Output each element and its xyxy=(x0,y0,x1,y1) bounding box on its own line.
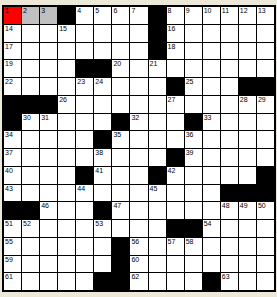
cell-r12-c15[interactable]: 50 xyxy=(257,202,274,219)
cell-r14-c15[interactable] xyxy=(257,238,274,255)
clue-number-44: 44 xyxy=(77,185,85,193)
clue-number-43: 43 xyxy=(5,185,13,193)
cell-r10-c3[interactable] xyxy=(40,167,57,184)
cell-r3-c13[interactable] xyxy=(221,43,238,60)
cell-r3-c5[interactable] xyxy=(76,43,93,60)
black-cell-r12-c2 xyxy=(22,202,39,219)
cell-r11-c2[interactable] xyxy=(22,185,39,202)
clue-number-36: 36 xyxy=(186,131,194,139)
cell-r6-c12[interactable] xyxy=(203,96,220,113)
cell-r13-c13[interactable] xyxy=(221,220,238,237)
cell-r15-c10[interactable] xyxy=(167,256,184,273)
cell-r9-c6[interactable]: 38 xyxy=(94,149,111,166)
cell-r10-c8[interactable] xyxy=(130,167,147,184)
cell-r8-c4[interactable] xyxy=(58,131,75,148)
clue-number-1: 1 xyxy=(5,7,9,15)
black-cell-r10-c15 xyxy=(257,167,274,184)
cell-r4-c3[interactable] xyxy=(40,60,57,77)
clue-number-4: 4 xyxy=(77,7,81,15)
cell-r15-c1[interactable]: 59 xyxy=(4,256,21,273)
cell-r3-c11[interactable] xyxy=(185,43,202,60)
highlighted-cell-r1-c2[interactable]: 2 xyxy=(22,7,39,24)
cell-r12-c10[interactable] xyxy=(167,202,184,219)
cell-r10-c1[interactable]: 40 xyxy=(4,167,21,184)
cell-r7-c5[interactable] xyxy=(76,114,93,131)
cell-r6-c10[interactable]: 27 xyxy=(167,96,184,113)
cell-r9-c12[interactable] xyxy=(203,149,220,166)
cell-r1-c10[interactable]: 8 xyxy=(167,7,184,24)
cell-r3-c15[interactable] xyxy=(257,43,274,60)
black-cell-r10-c9 xyxy=(149,167,166,184)
cell-r13-c9[interactable] xyxy=(149,220,166,237)
cell-r15-c11[interactable] xyxy=(185,256,202,273)
cell-r13-c14[interactable] xyxy=(239,220,256,237)
clue-number-63: 63 xyxy=(222,273,230,281)
selected-cell-r1-c1[interactable]: 1 xyxy=(4,7,21,24)
black-cell-r4-c5 xyxy=(76,60,93,77)
black-cell-r11-c13 xyxy=(221,185,238,202)
cell-r16-c3[interactable] xyxy=(40,273,57,290)
clue-number-50: 50 xyxy=(258,202,266,210)
cell-r3-c7[interactable] xyxy=(112,43,129,60)
cell-r11-c3[interactable] xyxy=(40,185,57,202)
clue-number-39: 39 xyxy=(186,149,194,157)
cell-r12-c5[interactable] xyxy=(76,202,93,219)
cell-r13-c2[interactable]: 52 xyxy=(22,220,39,237)
cell-r9-c4[interactable] xyxy=(58,149,75,166)
cell-r10-c2[interactable] xyxy=(22,167,39,184)
cell-r2-c13[interactable] xyxy=(221,25,238,42)
cell-r11-c6[interactable] xyxy=(94,185,111,202)
cell-r3-c12[interactable] xyxy=(203,43,220,60)
cell-r9-c13[interactable] xyxy=(221,149,238,166)
cell-r7-c4[interactable] xyxy=(58,114,75,131)
cell-r15-c15[interactable] xyxy=(257,256,274,273)
clue-number-57: 57 xyxy=(168,238,176,246)
cell-r13-c1[interactable]: 51 xyxy=(4,220,21,237)
cell-r12-c3[interactable]: 46 xyxy=(40,202,57,219)
black-cell-r16-c7 xyxy=(112,273,129,290)
black-cell-r16-c12 xyxy=(203,273,220,290)
cell-r1-c13[interactable]: 11 xyxy=(221,7,238,24)
cell-r2-c4[interactable]: 15 xyxy=(58,25,75,42)
cell-r15-c14[interactable] xyxy=(239,256,256,273)
cell-r9-c2[interactable] xyxy=(22,149,39,166)
cell-r10-c10[interactable]: 42 xyxy=(167,167,184,184)
black-cell-r7-c1 xyxy=(4,114,21,131)
black-cell-r2-c9 xyxy=(149,25,166,42)
cell-r5-c12[interactable] xyxy=(203,78,220,95)
clue-number-59: 59 xyxy=(5,256,13,264)
highlighted-cell-r1-c3[interactable]: 3 xyxy=(40,7,57,24)
clue-number-14: 14 xyxy=(5,25,13,33)
cell-r14-c1[interactable]: 55 xyxy=(4,238,21,255)
cell-r11-c7[interactable] xyxy=(112,185,129,202)
cell-r10-c12[interactable] xyxy=(203,167,220,184)
cell-r10-c11[interactable] xyxy=(185,167,202,184)
cell-r10-c6[interactable]: 41 xyxy=(94,167,111,184)
clue-number-11: 11 xyxy=(222,7,229,15)
cell-r5-c4[interactable] xyxy=(58,78,75,95)
cell-r3-c8[interactable] xyxy=(130,43,147,60)
clue-number-34: 34 xyxy=(5,131,13,139)
cell-r1-c6[interactable]: 5 xyxy=(94,7,111,24)
clue-number-46: 46 xyxy=(41,202,49,210)
cell-r2-c6[interactable] xyxy=(94,25,111,42)
cell-r4-c11[interactable] xyxy=(185,60,202,77)
cell-r15-c13[interactable] xyxy=(221,256,238,273)
cell-r14-c2[interactable] xyxy=(22,238,39,255)
clue-number-48: 48 xyxy=(222,202,230,210)
clue-number-25: 25 xyxy=(186,78,194,86)
clue-number-41: 41 xyxy=(95,167,103,175)
cell-r12-c8[interactable] xyxy=(130,202,147,219)
cell-r16-c2[interactable] xyxy=(22,273,39,290)
cell-r4-c14[interactable] xyxy=(239,60,256,77)
cell-r14-c4[interactable] xyxy=(58,238,75,255)
black-cell-r15-c7 xyxy=(112,256,129,273)
cell-r9-c5[interactable] xyxy=(76,149,93,166)
cell-r8-c1[interactable]: 34 xyxy=(4,131,21,148)
cell-r7-c13[interactable] xyxy=(221,114,238,131)
cell-r14-c12[interactable] xyxy=(203,238,220,255)
cell-r2-c3[interactable] xyxy=(40,25,57,42)
black-cell-r13-c11 xyxy=(185,220,202,237)
clue-number-49: 49 xyxy=(240,202,248,210)
cell-r2-c11[interactable] xyxy=(185,25,202,42)
black-cell-r1-c9 xyxy=(149,7,166,24)
cell-r13-c4[interactable] xyxy=(58,220,75,237)
clue-number-55: 55 xyxy=(5,238,13,246)
cell-r12-c13[interactable]: 48 xyxy=(221,202,238,219)
cell-r8-c15[interactable] xyxy=(257,131,274,148)
cell-r14-c8[interactable]: 56 xyxy=(130,238,147,255)
cell-r4-c2[interactable] xyxy=(22,60,39,77)
cell-r3-c3[interactable] xyxy=(40,43,57,60)
clue-number-8: 8 xyxy=(168,7,172,15)
cell-r13-c5[interactable] xyxy=(76,220,93,237)
clue-number-16: 16 xyxy=(168,25,176,33)
black-cell-r1-c4 xyxy=(58,7,75,24)
cell-r8-c2[interactable] xyxy=(22,131,39,148)
cell-r10-c7[interactable] xyxy=(112,167,129,184)
cell-r13-c12[interactable]: 54 xyxy=(203,220,220,237)
cell-r3-c10[interactable]: 18 xyxy=(167,43,184,60)
cell-r6-c6[interactable] xyxy=(94,96,111,113)
cell-r5-c5[interactable]: 23 xyxy=(76,78,93,95)
clue-number-45: 45 xyxy=(150,185,158,193)
black-cell-r6-c2 xyxy=(22,96,39,113)
cell-r14-c14[interactable] xyxy=(239,238,256,255)
clue-number-30: 30 xyxy=(23,114,31,122)
clue-number-18: 18 xyxy=(168,43,176,51)
cell-r1-c8[interactable]: 7 xyxy=(130,7,147,24)
cell-r3-c6[interactable] xyxy=(94,43,111,60)
clue-number-62: 62 xyxy=(131,273,139,281)
clue-number-27: 27 xyxy=(168,96,176,104)
cell-r2-c2[interactable] xyxy=(22,25,39,42)
cell-r13-c8[interactable] xyxy=(130,220,147,237)
cell-r4-c1[interactable]: 19 xyxy=(4,60,21,77)
cell-r1-c11[interactable]: 9 xyxy=(185,7,202,24)
cell-r2-c15[interactable] xyxy=(257,25,274,42)
cell-r15-c9[interactable] xyxy=(149,256,166,273)
clue-number-19: 19 xyxy=(5,60,13,68)
cell-r7-c6[interactable] xyxy=(94,114,111,131)
clue-number-13: 13 xyxy=(258,7,266,15)
cell-r5-c3[interactable] xyxy=(40,78,57,95)
cell-r13-c15[interactable] xyxy=(257,220,274,237)
cell-r14-c5[interactable] xyxy=(76,238,93,255)
cell-r15-c4[interactable] xyxy=(58,256,75,273)
cell-r16-c10[interactable] xyxy=(167,273,184,290)
cell-r14-c13[interactable] xyxy=(221,238,238,255)
cell-r3-c2[interactable] xyxy=(22,43,39,60)
cell-r4-c13[interactable] xyxy=(221,60,238,77)
cell-r9-c9[interactable] xyxy=(149,149,166,166)
cell-r9-c3[interactable] xyxy=(40,149,57,166)
cell-r7-c3[interactable]: 31 xyxy=(40,114,57,131)
black-cell-r5-c15 xyxy=(257,78,274,95)
clue-number-5: 5 xyxy=(95,7,99,15)
cell-r5-c13[interactable] xyxy=(221,78,238,95)
cell-r2-c12[interactable] xyxy=(203,25,220,42)
black-cell-r10-c5 xyxy=(76,167,93,184)
cell-r15-c3[interactable] xyxy=(40,256,57,273)
clue-number-23: 23 xyxy=(77,78,85,86)
cell-r12-c7[interactable]: 47 xyxy=(112,202,129,219)
clue-number-9: 9 xyxy=(186,7,190,15)
cell-r8-c11[interactable]: 36 xyxy=(185,131,202,148)
clue-number-35: 35 xyxy=(113,131,121,139)
clue-number-12: 12 xyxy=(240,7,248,15)
cell-r7-c2[interactable]: 30 xyxy=(22,114,39,131)
cell-r1-c15[interactable]: 13 xyxy=(257,7,274,24)
cell-r3-c14[interactable] xyxy=(239,43,256,60)
cell-r8-c5[interactable] xyxy=(76,131,93,148)
cell-r5-c11[interactable]: 25 xyxy=(185,78,202,95)
black-cell-r12-c6 xyxy=(94,202,111,219)
cell-r16-c15[interactable] xyxy=(257,273,274,290)
cell-r2-c8[interactable] xyxy=(130,25,147,42)
cell-r4-c10[interactable] xyxy=(167,60,184,77)
clue-number-61: 61 xyxy=(5,273,13,281)
clue-number-32: 32 xyxy=(131,114,139,122)
cell-r16-c8[interactable]: 62 xyxy=(130,273,147,290)
black-cell-r5-c10 xyxy=(167,78,184,95)
cell-r9-c14[interactable] xyxy=(239,149,256,166)
cell-r6-c4[interactable]: 26 xyxy=(58,96,75,113)
black-cell-r4-c6 xyxy=(94,60,111,77)
cell-r16-c5[interactable] xyxy=(76,273,93,290)
cell-r16-c9[interactable] xyxy=(149,273,166,290)
cell-r12-c4[interactable] xyxy=(58,202,75,219)
clue-number-24: 24 xyxy=(95,78,103,86)
cell-r9-c11[interactable]: 39 xyxy=(185,149,202,166)
cell-r6-c5[interactable] xyxy=(76,96,93,113)
cell-r6-c11[interactable] xyxy=(185,96,202,113)
cell-r11-c1[interactable]: 43 xyxy=(4,185,21,202)
cell-r6-c14[interactable]: 28 xyxy=(239,96,256,113)
cell-r2-c5[interactable] xyxy=(76,25,93,42)
cell-r14-c9[interactable] xyxy=(149,238,166,255)
cell-r7-c15[interactable] xyxy=(257,114,274,131)
black-cell-r5-c14 xyxy=(239,78,256,95)
cell-r5-c6[interactable]: 24 xyxy=(94,78,111,95)
cell-r15-c8[interactable]: 60 xyxy=(130,256,147,273)
black-cell-r6-c1 xyxy=(4,96,21,113)
black-cell-r12-c1 xyxy=(4,202,21,219)
cell-r6-c7[interactable] xyxy=(112,96,129,113)
cell-r13-c3[interactable] xyxy=(40,220,57,237)
black-cell-r8-c6 xyxy=(94,131,111,148)
cell-r10-c4[interactable] xyxy=(58,167,75,184)
clue-number-21: 21 xyxy=(150,60,158,68)
cell-r6-c13[interactable] xyxy=(221,96,238,113)
cell-r5-c1[interactable]: 22 xyxy=(4,78,21,95)
cell-r1-c5[interactable]: 4 xyxy=(76,7,93,24)
cell-r8-c14[interactable] xyxy=(239,131,256,148)
cell-r11-c5[interactable]: 44 xyxy=(76,185,93,202)
cell-r12-c9[interactable] xyxy=(149,202,166,219)
cell-r3-c1[interactable]: 17 xyxy=(4,43,21,60)
cell-r4-c15[interactable] xyxy=(257,60,274,77)
cell-r10-c13[interactable] xyxy=(221,167,238,184)
cell-r12-c14[interactable]: 49 xyxy=(239,202,256,219)
black-cell-r11-c14 xyxy=(239,185,256,202)
puzzle-page: 1234567891011121314151617181920212223242… xyxy=(0,0,277,297)
cell-r7-c14[interactable] xyxy=(239,114,256,131)
black-cell-r7-c7 xyxy=(112,114,129,131)
clue-number-20: 20 xyxy=(113,60,121,68)
cell-r16-c11[interactable] xyxy=(185,273,202,290)
cell-r6-c9[interactable] xyxy=(149,96,166,113)
cell-r2-c1[interactable]: 14 xyxy=(4,25,21,42)
cell-r16-c4[interactable] xyxy=(58,273,75,290)
cell-r2-c10[interactable]: 16 xyxy=(167,25,184,42)
clue-number-52: 52 xyxy=(23,220,31,228)
cell-r2-c7[interactable] xyxy=(112,25,129,42)
cell-r7-c9[interactable] xyxy=(149,114,166,131)
cell-r1-c7[interactable]: 6 xyxy=(112,7,129,24)
black-cell-r3-c9 xyxy=(149,43,166,60)
cell-r12-c11[interactable] xyxy=(185,202,202,219)
cell-r4-c7[interactable]: 20 xyxy=(112,60,129,77)
cell-r9-c7[interactable] xyxy=(112,149,129,166)
black-cell-r9-c10 xyxy=(167,149,184,166)
clue-number-54: 54 xyxy=(204,220,212,228)
cell-r9-c1[interactable]: 37 xyxy=(4,149,21,166)
clue-number-53: 53 xyxy=(95,220,103,228)
crossword-board: 1234567891011121314151617181920212223242… xyxy=(2,5,276,292)
clue-number-38: 38 xyxy=(95,149,103,157)
clue-number-26: 26 xyxy=(59,96,67,104)
cell-r11-c9[interactable]: 45 xyxy=(149,185,166,202)
cell-r11-c11[interactable] xyxy=(185,185,202,202)
cell-r15-c6[interactable] xyxy=(94,256,111,273)
clue-number-10: 10 xyxy=(204,7,212,15)
black-cell-r11-c15 xyxy=(257,185,274,202)
cell-r8-c7[interactable]: 35 xyxy=(112,131,129,148)
clue-number-17: 17 xyxy=(5,43,13,51)
cell-r5-c2[interactable] xyxy=(22,78,39,95)
cell-r8-c10[interactable] xyxy=(167,131,184,148)
cell-r8-c12[interactable] xyxy=(203,131,220,148)
clue-number-37: 37 xyxy=(5,149,13,157)
cell-r13-c7[interactable] xyxy=(112,220,129,237)
clue-number-22: 22 xyxy=(5,78,13,86)
cell-r5-c7[interactable] xyxy=(112,78,129,95)
cell-r11-c10[interactable] xyxy=(167,185,184,202)
cell-r8-c3[interactable] xyxy=(40,131,57,148)
cell-r5-c9[interactable] xyxy=(149,78,166,95)
cell-r4-c8[interactable] xyxy=(130,60,147,77)
black-cell-r7-c11 xyxy=(185,114,202,131)
cell-r1-c14[interactable]: 12 xyxy=(239,7,256,24)
cell-r1-c12[interactable]: 10 xyxy=(203,7,220,24)
clue-number-56: 56 xyxy=(131,238,139,246)
black-cell-r14-c7 xyxy=(112,238,129,255)
clue-number-7: 7 xyxy=(131,7,135,15)
black-cell-r6-c3 xyxy=(40,96,57,113)
cell-r15-c12[interactable] xyxy=(203,256,220,273)
clue-number-29: 29 xyxy=(258,96,266,104)
black-cell-r13-c10 xyxy=(167,220,184,237)
cell-r6-c8[interactable] xyxy=(130,96,147,113)
cell-r3-c4[interactable] xyxy=(58,43,75,60)
clue-number-31: 31 xyxy=(41,114,49,122)
cell-r16-c1[interactable]: 61 xyxy=(4,273,21,290)
clue-number-42: 42 xyxy=(168,167,176,175)
cell-r15-c2[interactable] xyxy=(22,256,39,273)
clue-number-51: 51 xyxy=(5,220,13,228)
cell-r8-c9[interactable] xyxy=(149,131,166,148)
cell-r11-c4[interactable] xyxy=(58,185,75,202)
cell-r7-c10[interactable] xyxy=(167,114,184,131)
cell-r7-c8[interactable]: 32 xyxy=(130,114,147,131)
clue-number-28: 28 xyxy=(240,96,248,104)
clue-number-40: 40 xyxy=(5,167,13,175)
cell-r2-c14[interactable] xyxy=(239,25,256,42)
cell-r9-c15[interactable] xyxy=(257,149,274,166)
cell-r14-c6[interactable] xyxy=(94,238,111,255)
cell-r4-c9[interactable]: 21 xyxy=(149,60,166,77)
cell-r16-c14[interactable] xyxy=(239,273,256,290)
black-cell-r16-c6 xyxy=(94,273,111,290)
cell-r13-c6[interactable]: 53 xyxy=(94,220,111,237)
cell-r5-c8[interactable] xyxy=(130,78,147,95)
cell-r8-c8[interactable] xyxy=(130,131,147,148)
cell-r14-c11[interactable]: 58 xyxy=(185,238,202,255)
cell-r7-c12[interactable]: 33 xyxy=(203,114,220,131)
cell-r6-c15[interactable]: 29 xyxy=(257,96,274,113)
cell-r12-c12[interactable] xyxy=(203,202,220,219)
cell-r14-c10[interactable]: 57 xyxy=(167,238,184,255)
cell-r4-c4[interactable] xyxy=(58,60,75,77)
cell-r11-c12[interactable] xyxy=(203,185,220,202)
cell-r15-c5[interactable] xyxy=(76,256,93,273)
clue-number-60: 60 xyxy=(131,256,139,264)
clue-number-47: 47 xyxy=(113,202,121,210)
cell-r11-c8[interactable] xyxy=(130,185,147,202)
cell-r16-c13[interactable]: 63 xyxy=(221,273,238,290)
cell-r14-c3[interactable] xyxy=(40,238,57,255)
cell-r4-c12[interactable] xyxy=(203,60,220,77)
cell-r9-c8[interactable] xyxy=(130,149,147,166)
cell-r8-c13[interactable] xyxy=(221,131,238,148)
clue-number-2: 2 xyxy=(23,7,27,15)
cell-r10-c14[interactable] xyxy=(239,167,256,184)
